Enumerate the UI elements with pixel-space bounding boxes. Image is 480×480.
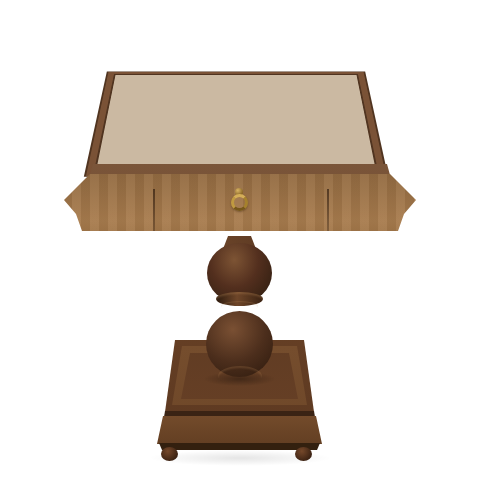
chess-table-photo: [0, 0, 480, 480]
bun-foot-left: [161, 447, 178, 461]
tabletop-frame: [86, 72, 386, 176]
pedestal-foot-disc: [218, 366, 262, 386]
drawer-seam-left: [153, 189, 155, 231]
drawer-ring-pull-icon: [231, 194, 248, 211]
drawer-seam-right: [327, 189, 329, 231]
chessboard: [95, 75, 380, 174]
bun-foot-right: [295, 447, 312, 461]
